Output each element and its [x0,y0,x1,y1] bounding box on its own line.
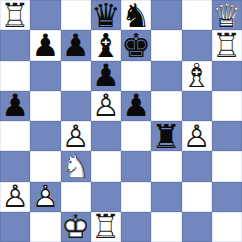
glyph-outline-layer: ♙ [91,91,121,121]
square-f8[interactable] [151,0,181,30]
piece-black-pawn[interactable]: ♟ [30,30,60,60]
glyph-outline-layer: ♖ [212,30,242,60]
square-d6[interactable]: ♟ [91,61,121,91]
glyph-layer: ♟ [91,61,121,91]
glyph-layer: ♟ [30,30,60,60]
glyph-layer: ♜ [151,121,181,151]
square-c7[interactable]: ♟ [61,30,91,60]
piece-black-pawn[interactable]: ♟ [121,91,151,121]
square-c5[interactable] [61,91,91,121]
square-f4[interactable]: ♜ [151,121,181,151]
square-c3[interactable]: ♞♘ [61,151,91,181]
glyph-layer: ♚ [121,30,151,60]
square-b2[interactable]: ♟♙ [30,182,60,212]
square-g2[interactable] [182,182,212,212]
square-c8[interactable] [61,0,91,30]
glyph-layer: ♟ [61,30,91,60]
piece-white-pawn[interactable]: ♟♙ [0,182,30,212]
square-a1[interactable] [0,212,30,242]
square-a4[interactable] [0,121,30,151]
square-a3[interactable] [0,151,30,181]
square-a6[interactable] [0,61,30,91]
square-e2[interactable] [121,182,151,212]
square-c1[interactable]: ♚♔ [61,212,91,242]
square-f3[interactable] [151,151,181,181]
glyph-layer: ♟ [121,91,151,121]
square-g4[interactable]: ♟♙ [182,121,212,151]
square-f1[interactable] [151,212,181,242]
square-b5[interactable] [30,91,60,121]
square-e4[interactable] [121,121,151,151]
square-g1[interactable] [182,212,212,242]
square-f7[interactable] [151,30,181,60]
piece-black-pawn[interactable]: ♟ [61,30,91,60]
square-b7[interactable]: ♟ [30,30,60,60]
piece-white-bishop[interactable]: ♝♗ [182,61,212,91]
square-a2[interactable]: ♟♙ [0,182,30,212]
square-e3[interactable] [121,151,151,181]
square-g8[interactable] [182,0,212,30]
square-f2[interactable] [151,182,181,212]
piece-white-pawn[interactable]: ♟♙ [30,182,60,212]
square-e1[interactable] [121,212,151,242]
square-h2[interactable] [212,182,242,212]
piece-white-rook[interactable]: ♜♖ [212,30,242,60]
square-a5[interactable]: ♟ [0,91,30,121]
piece-white-pawn[interactable]: ♟♙ [91,91,121,121]
glyph-outline-layer: ♙ [30,182,60,212]
square-d7[interactable]: ♝ [91,30,121,60]
square-b8[interactable] [30,0,60,30]
piece-black-pawn[interactable]: ♟ [0,91,30,121]
piece-black-bishop[interactable]: ♝ [91,30,121,60]
square-b3[interactable] [30,151,60,181]
glyph-layer: ♟ [0,91,30,121]
piece-black-king[interactable]: ♚ [121,30,151,60]
piece-white-rook[interactable]: ♜♖ [0,0,30,30]
glyph-outline-layer: ♙ [182,121,212,151]
glyph-outline-layer: ♖ [91,212,121,242]
square-d5[interactable]: ♟♙ [91,91,121,121]
glyph-outline-layer: ♖ [0,0,30,30]
piece-white-pawn[interactable]: ♟♙ [182,121,212,151]
square-e6[interactable] [121,61,151,91]
glyph-outline-layer: ♗ [182,61,212,91]
square-d3[interactable] [91,151,121,181]
glyph-outline-layer: ♘ [61,151,91,181]
square-h6[interactable] [212,61,242,91]
square-g3[interactable] [182,151,212,181]
square-a8[interactable]: ♜♖ [0,0,30,30]
square-h3[interactable] [212,151,242,181]
square-b6[interactable] [30,61,60,91]
glyph-outline-layer: ♙ [0,182,30,212]
piece-black-pawn[interactable]: ♟ [91,61,121,91]
square-f6[interactable] [151,61,181,91]
glyph-outline-layer: ♔ [61,212,91,242]
square-h5[interactable] [212,91,242,121]
square-d4[interactable] [91,121,121,151]
square-g5[interactable] [182,91,212,121]
square-e7[interactable]: ♚ [121,30,151,60]
piece-white-rook[interactable]: ♜♖ [91,212,121,242]
square-d1[interactable]: ♜♖ [91,212,121,242]
chess-board: ♜♖♛♞♛♕♟♟♝♚♜♖♟♝♗♟♟♙♟♟♙♜♟♙♞♘♟♙♟♙♚♔♜♖ [0,0,242,242]
square-c6[interactable] [61,61,91,91]
square-e5[interactable]: ♟ [121,91,151,121]
glyph-layer: ♝ [91,30,121,60]
piece-white-knight[interactable]: ♞♘ [61,151,91,181]
square-g6[interactable]: ♝♗ [182,61,212,91]
square-h1[interactable] [212,212,242,242]
square-b4[interactable] [30,121,60,151]
square-h7[interactable]: ♜♖ [212,30,242,60]
square-b1[interactable] [30,212,60,242]
square-a7[interactable] [0,30,30,60]
square-h4[interactable] [212,121,242,151]
piece-white-king[interactable]: ♚♔ [61,212,91,242]
piece-black-rook[interactable]: ♜ [151,121,181,151]
